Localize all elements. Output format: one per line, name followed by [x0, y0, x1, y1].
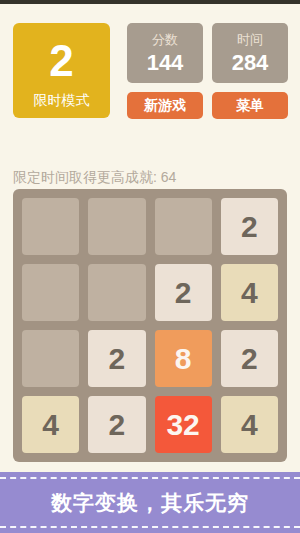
tile-2: 2: [88, 396, 145, 453]
score-label: 分数: [152, 33, 178, 46]
tile-4: 4: [221, 264, 278, 321]
mode-tile: 2 限时模式: [13, 23, 110, 118]
game-board[interactable]: 22428242324: [13, 189, 287, 462]
time-label: 时间: [237, 33, 263, 46]
status-bar: [0, 0, 300, 4]
tile-4: 4: [22, 396, 79, 453]
score-value: 144: [147, 52, 184, 74]
footer-banner: 数字变换，其乐无穷: [0, 472, 300, 533]
goal-text: 限定时间取得更高成就: 64: [13, 169, 176, 187]
tile-2: 2: [221, 330, 278, 387]
empty-cell: [88, 198, 145, 255]
banner-text: 数字变换，其乐无穷: [0, 479, 300, 526]
tile-4: 4: [221, 396, 278, 453]
tile-2: 2: [221, 198, 278, 255]
mode-value: 2: [49, 39, 73, 83]
empty-cell: [22, 198, 79, 255]
tile-2: 2: [88, 330, 145, 387]
empty-cell: [22, 330, 79, 387]
time-box: 时间 284: [212, 23, 288, 83]
empty-cell: [22, 264, 79, 321]
mode-label: 限时模式: [34, 92, 90, 110]
banner-dashed-line-bottom: [0, 526, 300, 528]
empty-cell: [88, 264, 145, 321]
tile-2: 2: [155, 264, 212, 321]
tile-8: 8: [155, 330, 212, 387]
new-game-button[interactable]: 新游戏: [127, 92, 203, 119]
time-value: 284: [232, 52, 269, 74]
empty-cell: [155, 198, 212, 255]
score-box: 分数 144: [127, 23, 203, 83]
menu-button[interactable]: 菜单: [212, 92, 288, 119]
tile-32: 32: [155, 396, 212, 453]
